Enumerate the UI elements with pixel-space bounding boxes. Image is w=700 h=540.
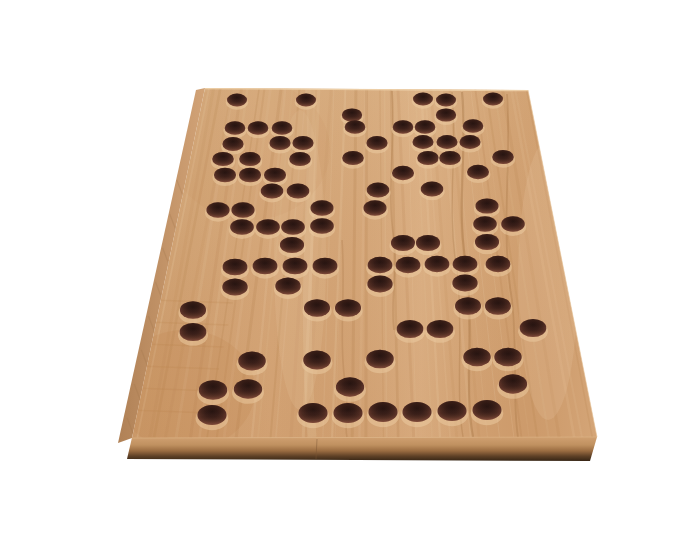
hole — [251, 258, 279, 279]
hole — [413, 120, 436, 137]
hole — [255, 219, 282, 239]
hole — [500, 216, 526, 236]
hole — [423, 256, 451, 277]
hole — [435, 108, 458, 125]
hole — [259, 184, 284, 203]
hole — [302, 351, 333, 375]
hole — [366, 275, 394, 297]
hole — [268, 136, 292, 153]
hole — [435, 94, 457, 110]
hole — [365, 183, 390, 202]
hole — [238, 168, 263, 186]
hole — [435, 135, 459, 152]
hole — [285, 184, 310, 203]
hole — [333, 299, 362, 321]
hole — [416, 151, 440, 169]
hole — [302, 299, 331, 321]
hole — [226, 94, 248, 110]
peg-board — [0, 0, 700, 540]
hole — [297, 403, 330, 428]
hole — [291, 136, 315, 153]
hole — [471, 400, 504, 425]
hole — [451, 274, 479, 296]
hole — [246, 121, 269, 138]
hole — [453, 297, 482, 319]
hole — [414, 235, 441, 255]
hole — [178, 301, 207, 323]
hole — [436, 401, 469, 426]
hole — [238, 152, 262, 170]
hole — [343, 120, 366, 137]
hole — [391, 166, 416, 184]
hole — [483, 297, 512, 319]
hole — [211, 152, 235, 170]
hole — [221, 278, 250, 300]
hole — [493, 348, 524, 372]
hole — [223, 121, 246, 138]
hole — [365, 350, 396, 374]
hole — [274, 277, 303, 299]
hole — [205, 202, 231, 221]
hole — [178, 323, 208, 346]
hole — [473, 234, 500, 254]
hole — [311, 258, 339, 279]
hole — [237, 352, 268, 376]
hole — [332, 403, 365, 428]
hole — [213, 168, 238, 186]
hole — [334, 377, 366, 402]
hole — [438, 151, 462, 169]
hole — [425, 320, 455, 343]
hole — [391, 120, 414, 137]
product-photo-canvas — [0, 0, 700, 540]
hole — [221, 137, 245, 154]
hole — [196, 405, 229, 430]
hole — [461, 119, 484, 136]
hole — [491, 150, 515, 168]
hole — [466, 165, 491, 183]
hole — [497, 374, 529, 398]
hole — [229, 219, 256, 239]
hole — [484, 256, 512, 277]
hole — [482, 93, 504, 109]
hole — [389, 235, 416, 255]
hole — [366, 257, 394, 278]
hole — [270, 121, 293, 138]
hole — [263, 168, 288, 186]
hole — [221, 259, 249, 280]
hole — [288, 152, 312, 170]
hole — [474, 198, 500, 217]
hole — [411, 135, 435, 152]
hole — [309, 218, 336, 238]
hole — [341, 151, 365, 169]
hole — [281, 258, 309, 279]
hole — [462, 348, 493, 372]
hole — [280, 219, 307, 239]
hole — [451, 256, 479, 277]
hole — [458, 135, 482, 152]
hole — [232, 379, 264, 404]
hole — [295, 94, 317, 110]
hole — [367, 402, 400, 427]
hole — [309, 200, 335, 219]
hole — [472, 216, 498, 236]
hole — [518, 319, 548, 342]
hole — [401, 402, 434, 427]
hole — [197, 380, 229, 405]
hole — [412, 93, 434, 109]
hole — [395, 320, 425, 343]
hole — [394, 257, 422, 278]
hole — [362, 200, 388, 219]
hole — [278, 237, 305, 257]
hole — [365, 136, 389, 153]
board-front-face — [127, 437, 597, 461]
hole — [419, 182, 444, 201]
hole — [230, 202, 256, 221]
